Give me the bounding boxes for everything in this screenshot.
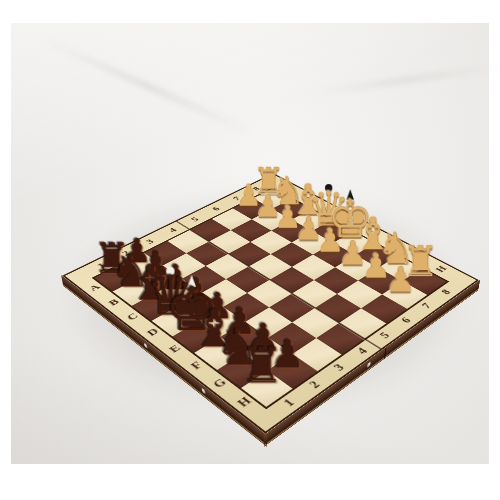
screw <box>202 387 206 394</box>
piece-glyph: ♟ <box>385 263 415 296</box>
piece-dark-rook: ♜ <box>228 297 296 390</box>
piece-light-pawn: ♟ <box>371 214 431 295</box>
screw <box>367 361 371 368</box>
piece-glyph: ♜ <box>240 343 283 389</box>
cloth-crease <box>40 36 252 134</box>
board-square <box>315 294 361 323</box>
product-photo: AABBCCDDEEFFGGHH1122334455667788♜♞♝♛♚♝♞♜… <box>0 0 500 500</box>
fold-seam <box>384 347 387 360</box>
cloth-crease <box>312 65 500 95</box>
screw <box>144 342 148 349</box>
